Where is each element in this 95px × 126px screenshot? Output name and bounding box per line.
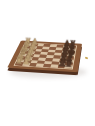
board-squares-grid: ♜♟♟♜♞♟♟♞♝♟♟♝♚♟♟♚♛♟♟♛♝♟♟♝♞♟♟♞♜♟♟♜: [14, 43, 77, 70]
square-e6: [54, 53, 61, 56]
square-a8: ♜: [64, 65, 72, 69]
chess-set-product-photo: ♜♟♟♜♞♟♟♞♝♟♟♝♚♟♟♚♛♟♟♛♝♟♟♝♞♟♟♞♜♟♟♜: [0, 0, 95, 126]
chess-board: ♜♟♟♜♞♟♟♞♝♟♟♝♚♟♟♚♛♟♟♛♝♟♟♝♞♟♟♞♜♟♟♜: [7, 40, 82, 72]
brass-latch: [85, 57, 88, 60]
